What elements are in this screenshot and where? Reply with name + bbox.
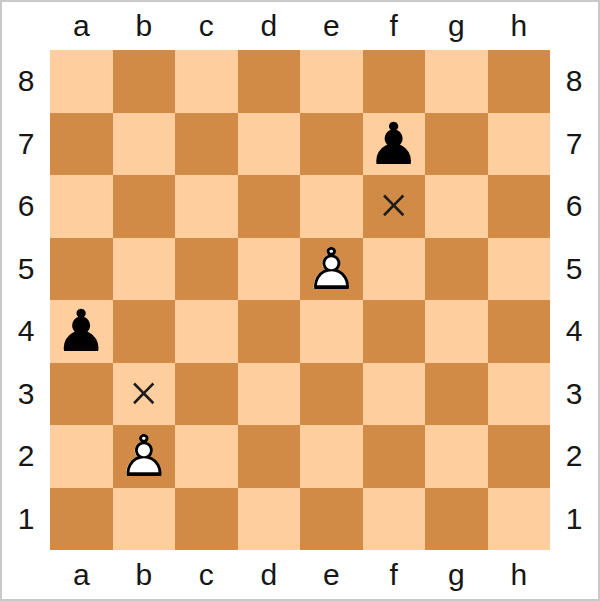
square-b1[interactable] <box>113 488 176 551</box>
square-h2[interactable] <box>488 425 551 488</box>
square-a2[interactable] <box>50 425 113 488</box>
file-label-f: f <box>363 2 426 50</box>
rank-label-2: 2 <box>550 425 598 488</box>
x-mark-icon: × <box>129 368 158 420</box>
square-h7[interactable] <box>488 113 551 176</box>
rank-labels-right: 87654321 <box>550 50 598 550</box>
square-h8[interactable] <box>488 50 551 113</box>
white-pawn-outline: ♙ <box>305 240 357 298</box>
square-e3[interactable] <box>300 363 363 426</box>
square-g8[interactable] <box>425 50 488 113</box>
file-label-g: g <box>425 2 488 50</box>
square-c1[interactable] <box>175 488 238 551</box>
rank-label-6: 6 <box>2 175 50 238</box>
chess-board: ♟×♟♙♟×♟♙ <box>50 50 550 550</box>
square-d6[interactable] <box>238 175 301 238</box>
square-g4[interactable] <box>425 300 488 363</box>
rank-label-2: 2 <box>2 425 50 488</box>
black-pawn-glyph: ♟ <box>55 302 107 360</box>
file-label-g: g <box>425 550 488 599</box>
rank-label-6: 6 <box>550 175 598 238</box>
square-c3[interactable] <box>175 363 238 426</box>
square-a8[interactable] <box>50 50 113 113</box>
file-label-b: b <box>113 2 176 50</box>
rank-label-5: 5 <box>550 238 598 301</box>
rank-label-7: 7 <box>550 113 598 176</box>
file-label-b: b <box>113 550 176 599</box>
rank-label-4: 4 <box>550 300 598 363</box>
file-label-e: e <box>300 550 363 599</box>
square-f4[interactable] <box>363 300 426 363</box>
file-label-d: d <box>238 550 301 599</box>
square-b2[interactable]: ♟♙ <box>113 425 176 488</box>
rank-label-4: 4 <box>2 300 50 363</box>
square-d4[interactable] <box>238 300 301 363</box>
square-g6[interactable] <box>425 175 488 238</box>
file-label-c: c <box>175 550 238 599</box>
file-labels-top: abcdefgh <box>50 2 550 50</box>
square-f6[interactable]: × <box>363 175 426 238</box>
white-pawn[interactable]: ♟♙ <box>118 427 170 485</box>
rank-label-8: 8 <box>550 50 598 113</box>
file-labels-bottom: abcdefgh <box>50 550 550 599</box>
file-label-f: f <box>363 550 426 599</box>
square-g3[interactable] <box>425 363 488 426</box>
square-c7[interactable] <box>175 113 238 176</box>
square-h1[interactable] <box>488 488 551 551</box>
square-e5[interactable]: ♟♙ <box>300 238 363 301</box>
square-c6[interactable] <box>175 175 238 238</box>
file-label-a: a <box>50 2 113 50</box>
white-pawn[interactable]: ♟♙ <box>305 240 357 298</box>
square-a4[interactable]: ♟ <box>50 300 113 363</box>
rank-label-3: 3 <box>2 363 50 426</box>
square-b5[interactable] <box>113 238 176 301</box>
square-d2[interactable] <box>238 425 301 488</box>
rank-label-3: 3 <box>550 363 598 426</box>
square-f3[interactable] <box>363 363 426 426</box>
rank-label-5: 5 <box>2 238 50 301</box>
square-h4[interactable] <box>488 300 551 363</box>
square-b7[interactable] <box>113 113 176 176</box>
square-f8[interactable] <box>363 50 426 113</box>
square-e1[interactable] <box>300 488 363 551</box>
file-label-h: h <box>488 2 551 50</box>
square-e4[interactable] <box>300 300 363 363</box>
file-label-e: e <box>300 2 363 50</box>
square-c8[interactable] <box>175 50 238 113</box>
black-pawn-glyph: ♟ <box>368 115 420 173</box>
board-container: abcdefgh 87654321 87654321 abcdefgh ♟×♟♙… <box>0 0 600 601</box>
rank-label-1: 1 <box>2 488 50 551</box>
file-label-c: c <box>175 2 238 50</box>
rank-label-7: 7 <box>2 113 50 176</box>
square-f5[interactable] <box>363 238 426 301</box>
square-b6[interactable] <box>113 175 176 238</box>
square-g1[interactable] <box>425 488 488 551</box>
square-b8[interactable] <box>113 50 176 113</box>
file-label-h: h <box>488 550 551 599</box>
square-d1[interactable] <box>238 488 301 551</box>
rank-labels-left: 87654321 <box>2 50 50 550</box>
square-c4[interactable] <box>175 300 238 363</box>
square-f7[interactable]: ♟ <box>363 113 426 176</box>
square-e6[interactable] <box>300 175 363 238</box>
square-e7[interactable] <box>300 113 363 176</box>
square-h5[interactable] <box>488 238 551 301</box>
square-d7[interactable] <box>238 113 301 176</box>
square-a5[interactable] <box>50 238 113 301</box>
rank-label-8: 8 <box>2 50 50 113</box>
square-c2[interactable] <box>175 425 238 488</box>
black-pawn[interactable]: ♟ <box>368 115 420 173</box>
square-d5[interactable] <box>238 238 301 301</box>
black-pawn[interactable]: ♟ <box>55 302 107 360</box>
square-h6[interactable] <box>488 175 551 238</box>
square-e8[interactable] <box>300 50 363 113</box>
square-f2[interactable] <box>363 425 426 488</box>
square-a1[interactable] <box>50 488 113 551</box>
square-h3[interactable] <box>488 363 551 426</box>
square-b3[interactable]: × <box>113 363 176 426</box>
square-g5[interactable] <box>425 238 488 301</box>
square-a3[interactable] <box>50 363 113 426</box>
x-mark-icon: × <box>379 180 408 232</box>
square-a7[interactable] <box>50 113 113 176</box>
file-label-a: a <box>50 550 113 599</box>
square-d8[interactable] <box>238 50 301 113</box>
square-d3[interactable] <box>238 363 301 426</box>
rank-label-1: 1 <box>550 488 598 551</box>
square-c5[interactable] <box>175 238 238 301</box>
square-a6[interactable] <box>50 175 113 238</box>
square-e2[interactable] <box>300 425 363 488</box>
square-f1[interactable] <box>363 488 426 551</box>
square-g7[interactable] <box>425 113 488 176</box>
file-label-d: d <box>238 2 301 50</box>
square-b4[interactable] <box>113 300 176 363</box>
square-g2[interactable] <box>425 425 488 488</box>
white-pawn-outline: ♙ <box>118 427 170 485</box>
